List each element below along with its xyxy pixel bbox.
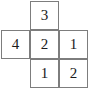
empty-space-r0c0 <box>1 1 30 30</box>
empty-space-r2c0 <box>1 59 30 88</box>
cell-r1c1[interactable]: 2 <box>30 30 59 59</box>
cell-r1c2[interactable]: 1 <box>59 30 88 59</box>
empty-space-r0c2 <box>59 1 88 30</box>
cell-r2c2[interactable]: 2 <box>59 59 88 88</box>
puzzle-canvas: 3 4 2 1 1 2 <box>0 0 90 90</box>
number-grid-board: 3 4 2 1 1 2 <box>1 1 88 88</box>
cell-r2c1[interactable]: 1 <box>30 59 59 88</box>
cell-r0c1[interactable]: 3 <box>30 1 59 30</box>
cell-r1c0[interactable]: 4 <box>1 30 30 59</box>
